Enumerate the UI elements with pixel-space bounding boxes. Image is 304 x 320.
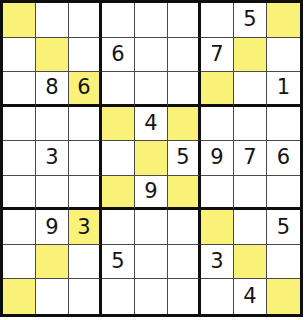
cell-r2c1[interactable] [3, 38, 36, 73]
cell-r6c6[interactable] [168, 176, 201, 211]
cell-r2c9[interactable] [267, 38, 300, 73]
cell-r6c7[interactable] [201, 176, 234, 211]
cell-r3c7[interactable] [201, 72, 234, 107]
cell-r2c8[interactable] [234, 38, 267, 73]
cell-r5c1[interactable] [3, 141, 36, 176]
cell-r7c2[interactable]: 9 [36, 210, 69, 245]
cell-r6c4[interactable] [102, 176, 135, 211]
cell-r7c7[interactable] [201, 210, 234, 245]
cell-r4c1[interactable] [3, 107, 36, 142]
cell-r8c8[interactable] [234, 245, 267, 280]
cell-r8c7[interactable]: 3 [201, 245, 234, 280]
cell-r9c7[interactable] [201, 279, 234, 314]
cell-r1c3[interactable] [69, 3, 102, 38]
cell-r9c3[interactable] [69, 279, 102, 314]
cell-r8c2[interactable] [36, 245, 69, 280]
cell-r1c9[interactable] [267, 3, 300, 38]
cell-r2c2[interactable] [36, 38, 69, 73]
cell-r6c8[interactable] [234, 176, 267, 211]
cell-r9c1[interactable] [3, 279, 36, 314]
cell-r5c8[interactable]: 7 [234, 141, 267, 176]
cell-r6c2[interactable] [36, 176, 69, 211]
cell-r4c7[interactable] [201, 107, 234, 142]
cell-r8c1[interactable] [3, 245, 36, 280]
cell-r3c8[interactable] [234, 72, 267, 107]
cell-r5c6[interactable]: 5 [168, 141, 201, 176]
cell-r6c9[interactable] [267, 176, 300, 211]
cell-r4c9[interactable] [267, 107, 300, 142]
cell-r7c6[interactable] [168, 210, 201, 245]
cell-r8c5[interactable] [135, 245, 168, 280]
cell-r3c5[interactable] [135, 72, 168, 107]
cell-r7c9[interactable]: 5 [267, 210, 300, 245]
cell-r4c3[interactable] [69, 107, 102, 142]
cell-r3c4[interactable] [102, 72, 135, 107]
cell-r2c6[interactable] [168, 38, 201, 73]
cell-r9c2[interactable] [36, 279, 69, 314]
cell-r1c4[interactable] [102, 3, 135, 38]
cell-r9c5[interactable] [135, 279, 168, 314]
cell-r6c1[interactable] [3, 176, 36, 211]
cell-r7c5[interactable] [135, 210, 168, 245]
cell-r9c8[interactable]: 4 [234, 279, 267, 314]
cell-r1c2[interactable] [36, 3, 69, 38]
cell-r1c5[interactable] [135, 3, 168, 38]
cell-r3c6[interactable] [168, 72, 201, 107]
cell-r4c6[interactable] [168, 107, 201, 142]
cell-r5c4[interactable] [102, 141, 135, 176]
cell-r3c9[interactable]: 1 [267, 72, 300, 107]
cell-r1c8[interactable]: 5 [234, 3, 267, 38]
cell-r6c5[interactable]: 9 [135, 176, 168, 211]
cell-r7c8[interactable] [234, 210, 267, 245]
cell-r8c9[interactable] [267, 245, 300, 280]
cell-r1c6[interactable] [168, 3, 201, 38]
cell-r9c6[interactable] [168, 279, 201, 314]
cell-r1c7[interactable] [201, 3, 234, 38]
cell-r7c1[interactable] [3, 210, 36, 245]
cell-r6c3[interactable] [69, 176, 102, 211]
cell-r9c4[interactable] [102, 279, 135, 314]
sudoku-board: 5678614359769935534 [0, 0, 303, 317]
cell-r4c8[interactable] [234, 107, 267, 142]
cell-r5c7[interactable]: 9 [201, 141, 234, 176]
cell-r5c2[interactable]: 3 [36, 141, 69, 176]
cell-r2c7[interactable]: 7 [201, 38, 234, 73]
cell-r2c3[interactable] [69, 38, 102, 73]
cell-r3c3[interactable]: 6 [69, 72, 102, 107]
cell-r5c9[interactable]: 6 [267, 141, 300, 176]
cell-r4c4[interactable] [102, 107, 135, 142]
cell-r2c4[interactable]: 6 [102, 38, 135, 73]
cell-r4c2[interactable] [36, 107, 69, 142]
cell-r8c3[interactable] [69, 245, 102, 280]
cell-r3c2[interactable]: 8 [36, 72, 69, 107]
cell-r7c3[interactable]: 3 [69, 210, 102, 245]
cell-r3c1[interactable] [3, 72, 36, 107]
cell-r5c3[interactable] [69, 141, 102, 176]
cell-r2c5[interactable] [135, 38, 168, 73]
cell-r5c5[interactable] [135, 141, 168, 176]
cell-r7c4[interactable] [102, 210, 135, 245]
cell-r9c9[interactable] [267, 279, 300, 314]
cell-r1c1[interactable] [3, 3, 36, 38]
cell-r8c6[interactable] [168, 245, 201, 280]
cell-r4c5[interactable]: 4 [135, 107, 168, 142]
cell-r8c4[interactable]: 5 [102, 245, 135, 280]
